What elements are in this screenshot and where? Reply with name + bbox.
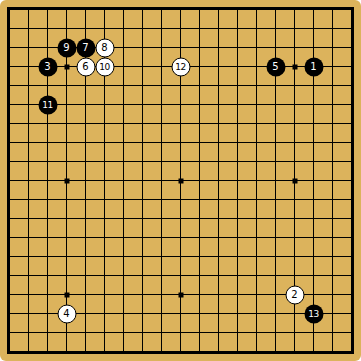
- stone-move-5: 5: [266, 57, 285, 76]
- stone-move-9: 9: [57, 38, 76, 57]
- star-point: [64, 292, 69, 297]
- star-point: [292, 178, 297, 183]
- stone-move-10: 10: [95, 57, 114, 76]
- star-point: [178, 292, 183, 297]
- stone-move-4: 4: [57, 304, 76, 323]
- stone-move-6: 6: [76, 57, 95, 76]
- star-point: [178, 178, 183, 183]
- stone-move-12: 12: [171, 57, 190, 76]
- star-point: [292, 64, 297, 69]
- stone-move-8: 8: [95, 38, 114, 57]
- stone-move-2: 2: [285, 285, 304, 304]
- stone-move-1: 1: [304, 57, 323, 76]
- star-point: [64, 64, 69, 69]
- go-board: 12345678910111213: [0, 0, 361, 361]
- stone-move-13: 13: [304, 304, 323, 323]
- star-point: [64, 178, 69, 183]
- stone-move-7: 7: [76, 38, 95, 57]
- page: { "game": "go", "board": { "size": 19, "…: [0, 0, 361, 361]
- board-grid: 12345678910111213: [9, 9, 352, 352]
- stone-move-11: 11: [38, 95, 57, 114]
- stone-move-3: 3: [38, 57, 57, 76]
